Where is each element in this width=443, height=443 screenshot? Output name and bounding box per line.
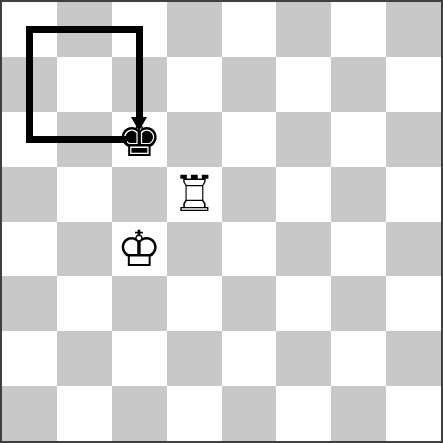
piece-black-king[interactable]: ♚: [112, 112, 167, 167]
piece-white-rook[interactable]: ♖: [167, 167, 222, 222]
piece-white-king[interactable]: ♔: [112, 222, 167, 277]
piece-layer: ♚♖♔: [2, 2, 441, 441]
chess-board-frame: ♚♖♔: [0, 0, 443, 443]
